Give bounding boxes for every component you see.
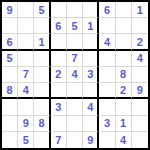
cell-r2c3[interactable] [34, 18, 50, 34]
cell-r6c4[interactable] [51, 83, 67, 99]
cell-r8c1[interactable] [2, 116, 18, 132]
cell-r2c5[interactable]: 5 [67, 18, 83, 34]
cell-r1c5[interactable] [67, 2, 83, 18]
cell-r4c4[interactable] [51, 51, 67, 67]
cell-r3c1[interactable]: 6 [2, 34, 18, 50]
cell-r8c4[interactable] [51, 116, 67, 132]
cell-r9c9[interactable] [132, 132, 148, 148]
cell-r4c3[interactable] [34, 51, 50, 67]
cell-r3c8[interactable] [116, 34, 132, 50]
cell-r5c6[interactable]: 3 [83, 67, 99, 83]
cell-r5c5[interactable]: 4 [67, 67, 83, 83]
cell-r8c7[interactable]: 3 [99, 116, 115, 132]
cell-r1c1[interactable]: 9 [2, 2, 18, 18]
cell-r7c4[interactable]: 3 [51, 99, 67, 115]
cell-r4c7[interactable] [99, 51, 115, 67]
cell-r8c6[interactable] [83, 116, 99, 132]
cell-r2c2[interactable] [18, 18, 34, 34]
cell-r3c3[interactable]: 1 [34, 34, 50, 50]
cell-r8c5[interactable] [67, 116, 83, 132]
cell-r8c8[interactable]: 1 [116, 116, 132, 132]
cell-r9c2[interactable]: 5 [18, 132, 34, 148]
cell-r4c6[interactable] [83, 51, 99, 67]
cell-r9c7[interactable] [99, 132, 115, 148]
cell-r2c1[interactable] [2, 18, 18, 34]
cell-r6c7[interactable] [99, 83, 115, 99]
cell-r9c6[interactable]: 9 [83, 132, 99, 148]
cell-r2c7[interactable] [99, 18, 115, 34]
cell-r2c9[interactable] [132, 18, 148, 34]
cell-r4c1[interactable]: 5 [2, 51, 18, 67]
cell-r6c9[interactable]: 9 [132, 83, 148, 99]
cell-r5c8[interactable]: 8 [116, 67, 132, 83]
cell-r7c3[interactable] [34, 99, 50, 115]
cell-r1c8[interactable] [116, 2, 132, 18]
cell-r3c5[interactable] [67, 34, 83, 50]
sudoku-board: 956165161425747243884293498315794 [0, 0, 150, 150]
cell-r7c8[interactable] [116, 99, 132, 115]
cell-r1c9[interactable]: 1 [132, 2, 148, 18]
cell-r1c7[interactable]: 6 [99, 2, 115, 18]
cell-r1c4[interactable] [51, 2, 67, 18]
cell-r9c1[interactable] [2, 132, 18, 148]
cell-r3c4[interactable] [51, 34, 67, 50]
cell-r4c5[interactable]: 7 [67, 51, 83, 67]
cell-r5c7[interactable] [99, 67, 115, 83]
cell-r5c3[interactable] [34, 67, 50, 83]
cell-r8c9[interactable] [132, 116, 148, 132]
cell-r3c6[interactable] [83, 34, 99, 50]
cell-r8c3[interactable]: 8 [34, 116, 50, 132]
cell-r9c8[interactable]: 4 [116, 132, 132, 148]
cell-r8c2[interactable]: 9 [18, 116, 34, 132]
cell-r6c3[interactable] [34, 83, 50, 99]
cell-r6c5[interactable] [67, 83, 83, 99]
cell-r7c7[interactable] [99, 99, 115, 115]
cell-r1c2[interactable] [18, 2, 34, 18]
cell-r7c2[interactable] [18, 99, 34, 115]
cell-r7c9[interactable] [132, 99, 148, 115]
cell-r1c3[interactable]: 5 [34, 2, 50, 18]
cell-r3c7[interactable]: 4 [99, 34, 115, 50]
cell-r9c4[interactable]: 7 [51, 132, 67, 148]
cell-r4c8[interactable] [116, 51, 132, 67]
cell-r4c9[interactable]: 4 [132, 51, 148, 67]
cell-r1c6[interactable] [83, 2, 99, 18]
cell-r9c3[interactable] [34, 132, 50, 148]
cell-r5c1[interactable] [2, 67, 18, 83]
cell-r5c2[interactable]: 7 [18, 67, 34, 83]
cell-r3c9[interactable]: 2 [132, 34, 148, 50]
cell-r6c8[interactable]: 2 [116, 83, 132, 99]
cell-r4c2[interactable] [18, 51, 34, 67]
cell-r7c5[interactable] [67, 99, 83, 115]
cell-r5c4[interactable]: 2 [51, 67, 67, 83]
cell-r7c1[interactable] [2, 99, 18, 115]
cell-r5c9[interactable] [132, 67, 148, 83]
cell-r6c1[interactable]: 8 [2, 83, 18, 99]
cell-r3c2[interactable] [18, 34, 34, 50]
cell-r2c8[interactable] [116, 18, 132, 34]
cell-r6c6[interactable] [83, 83, 99, 99]
cell-r7c6[interactable]: 4 [83, 99, 99, 115]
cell-r6c2[interactable]: 4 [18, 83, 34, 99]
cell-r9c5[interactable] [67, 132, 83, 148]
cell-r2c6[interactable]: 1 [83, 18, 99, 34]
cell-r2c4[interactable]: 6 [51, 18, 67, 34]
